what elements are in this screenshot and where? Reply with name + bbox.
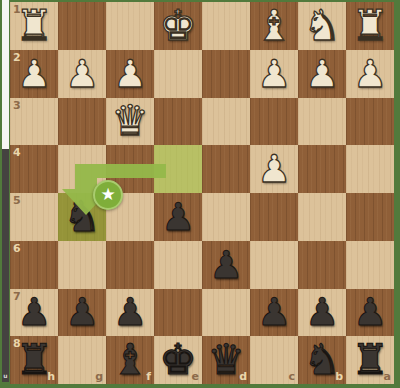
square-f8[interactable]: f♝ <box>106 336 154 384</box>
square-b6[interactable] <box>298 241 346 289</box>
square-h2[interactable]: 2♟ <box>10 50 58 98</box>
square-e1[interactable]: ♚ <box>154 2 202 50</box>
square-d8[interactable]: d♛ <box>202 336 250 384</box>
white-rook[interactable]: ♜ <box>10 2 58 50</box>
rank-label-4: 4 <box>13 147 21 158</box>
square-h1[interactable]: 1♜ <box>10 2 58 50</box>
square-g2[interactable]: ♟ <box>58 50 106 98</box>
square-d5[interactable] <box>202 193 250 241</box>
black-pawn[interactable]: ♟ <box>154 193 202 241</box>
square-h5[interactable]: 5 <box>10 193 58 241</box>
rank-label-6: 6 <box>13 243 21 254</box>
chess-app-screenshot: u 1♜♚♝♞♜2♟♟♟♟♟♟3♛4♟5♞♟6♟7♟♟♟♟♟♟8h♜gf♝e♚d… <box>0 0 400 388</box>
square-h8[interactable]: 8h♜ <box>10 336 58 384</box>
square-b5[interactable] <box>298 193 346 241</box>
file-label-c: c <box>288 371 295 382</box>
evaluation-value: u <box>2 373 9 379</box>
square-c8[interactable]: c <box>250 336 298 384</box>
square-h6[interactable]: 6 <box>10 241 58 289</box>
white-pawn[interactable]: ♟ <box>298 50 346 98</box>
square-a8[interactable]: a♜ <box>346 336 394 384</box>
white-pawn[interactable]: ♟ <box>346 50 394 98</box>
black-king[interactable]: ♚ <box>154 336 202 384</box>
square-e7[interactable] <box>154 289 202 337</box>
star-icon: ★ <box>100 186 115 203</box>
square-h7[interactable]: 7♟ <box>10 289 58 337</box>
square-f6[interactable] <box>106 241 154 289</box>
square-b8[interactable]: b♞ <box>298 336 346 384</box>
white-knight[interactable]: ♞ <box>298 2 346 50</box>
white-rook[interactable]: ♜ <box>346 2 394 50</box>
square-g8[interactable]: g <box>58 336 106 384</box>
black-pawn[interactable]: ♟ <box>10 289 58 337</box>
square-f2[interactable]: ♟ <box>106 50 154 98</box>
square-d1[interactable] <box>202 2 250 50</box>
square-c1[interactable]: ♝ <box>250 2 298 50</box>
square-h3[interactable]: 3 <box>10 98 58 146</box>
evaluation-bar-white-section <box>2 0 9 149</box>
square-b2[interactable]: ♟ <box>298 50 346 98</box>
black-knight[interactable]: ♞ <box>298 336 346 384</box>
black-queen[interactable]: ♛ <box>202 336 250 384</box>
square-d7[interactable] <box>202 289 250 337</box>
chess-board: 1♜♚♝♞♜2♟♟♟♟♟♟3♛4♟5♞♟6♟7♟♟♟♟♟♟8h♜gf♝e♚d♛c… <box>10 2 394 384</box>
square-g7[interactable]: ♟ <box>58 289 106 337</box>
square-b3[interactable] <box>298 98 346 146</box>
square-a4[interactable] <box>346 145 394 193</box>
square-d2[interactable] <box>202 50 250 98</box>
square-d6[interactable]: ♟ <box>202 241 250 289</box>
square-e8[interactable]: e♚ <box>154 336 202 384</box>
evaluation-bar: u <box>2 0 9 382</box>
square-a6[interactable] <box>346 241 394 289</box>
square-b4[interactable] <box>298 145 346 193</box>
best-move-star-badge: ★ <box>93 180 123 210</box>
square-e2[interactable] <box>154 50 202 98</box>
square-e5[interactable]: ♟ <box>154 193 202 241</box>
black-bishop[interactable]: ♝ <box>106 336 154 384</box>
white-king[interactable]: ♚ <box>154 2 202 50</box>
square-a5[interactable] <box>346 193 394 241</box>
square-g1[interactable] <box>58 2 106 50</box>
black-pawn[interactable]: ♟ <box>106 289 154 337</box>
square-f1[interactable] <box>106 2 154 50</box>
square-b1[interactable]: ♞ <box>298 2 346 50</box>
square-a3[interactable] <box>346 98 394 146</box>
white-pawn[interactable]: ♟ <box>250 50 298 98</box>
white-pawn[interactable]: ♟ <box>106 50 154 98</box>
square-c3[interactable] <box>250 98 298 146</box>
square-a2[interactable]: ♟ <box>346 50 394 98</box>
square-c2[interactable]: ♟ <box>250 50 298 98</box>
square-e3[interactable] <box>154 98 202 146</box>
white-pawn[interactable]: ♟ <box>10 50 58 98</box>
black-rook[interactable]: ♜ <box>346 336 394 384</box>
white-bishop[interactable]: ♝ <box>250 2 298 50</box>
square-c4[interactable]: ♟ <box>250 145 298 193</box>
black-pawn[interactable]: ♟ <box>298 289 346 337</box>
white-queen[interactable]: ♛ <box>106 98 154 146</box>
square-g3[interactable] <box>58 98 106 146</box>
black-pawn[interactable]: ♟ <box>202 241 250 289</box>
square-h4[interactable]: 4 <box>10 145 58 193</box>
square-d3[interactable] <box>202 98 250 146</box>
square-f3[interactable]: ♛ <box>106 98 154 146</box>
square-a7[interactable]: ♟ <box>346 289 394 337</box>
square-a1[interactable]: ♜ <box>346 2 394 50</box>
square-b7[interactable]: ♟ <box>298 289 346 337</box>
rank-label-3: 3 <box>13 100 21 111</box>
square-d4[interactable] <box>202 145 250 193</box>
square-e4[interactable] <box>154 145 202 193</box>
square-c7[interactable]: ♟ <box>250 289 298 337</box>
file-label-g: g <box>95 371 103 382</box>
rank-label-5: 5 <box>13 195 21 206</box>
white-pawn[interactable]: ♟ <box>250 145 298 193</box>
black-pawn[interactable]: ♟ <box>346 289 394 337</box>
square-g6[interactable] <box>58 241 106 289</box>
square-c5[interactable] <box>250 193 298 241</box>
black-pawn[interactable]: ♟ <box>250 289 298 337</box>
black-rook[interactable]: ♜ <box>10 336 58 384</box>
black-pawn[interactable]: ♟ <box>58 289 106 337</box>
square-e6[interactable] <box>154 241 202 289</box>
white-pawn[interactable]: ♟ <box>58 50 106 98</box>
square-c6[interactable] <box>250 241 298 289</box>
square-f7[interactable]: ♟ <box>106 289 154 337</box>
